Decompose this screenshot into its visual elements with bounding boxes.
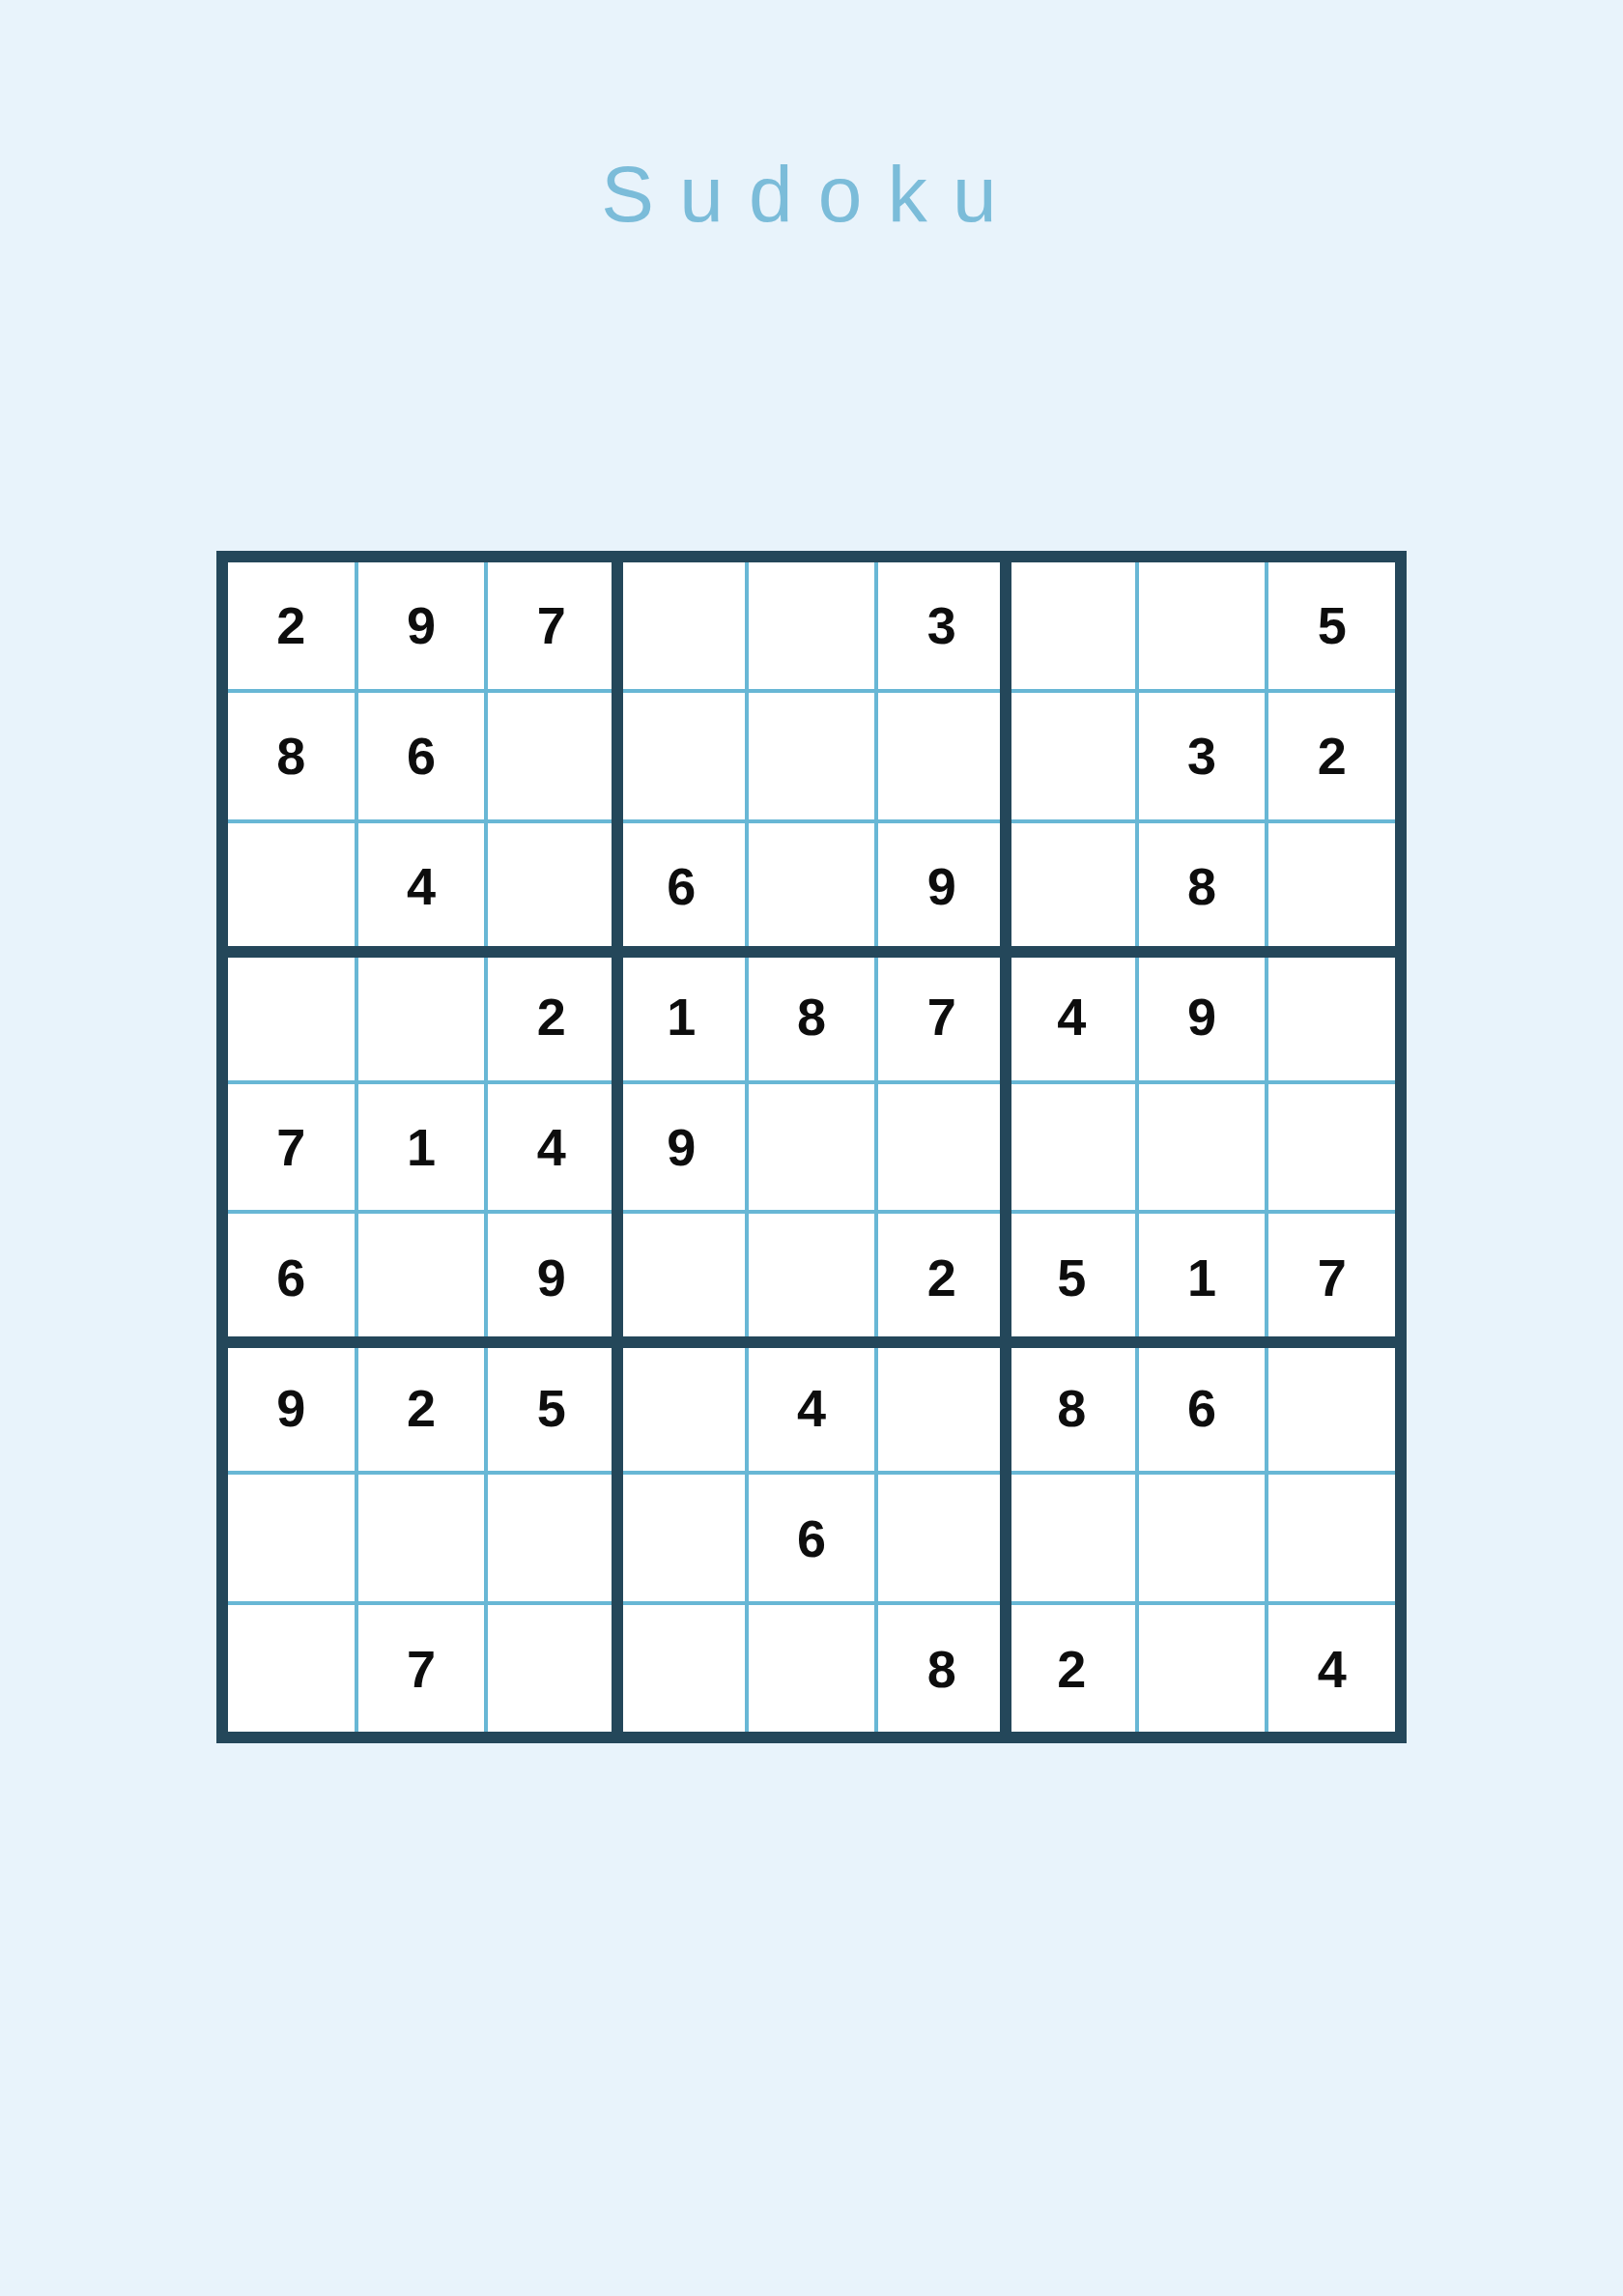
cell-r9c1[interactable] [228,1605,355,1732]
cell-r4c9[interactable] [1268,954,1395,1080]
cell-r2c1[interactable]: 8 [228,693,355,819]
cell-r6c4[interactable] [618,1214,745,1340]
cell-r3c8[interactable]: 8 [1139,823,1266,950]
cell-r3c7[interactable] [1009,823,1135,950]
cell-r5c8[interactable] [1139,1084,1266,1211]
cell-r8c1[interactable] [228,1475,355,1601]
cell-r7c2[interactable]: 2 [358,1344,485,1471]
cell-r5c3[interactable]: 4 [488,1084,614,1211]
cell-r4c4[interactable]: 1 [618,954,745,1080]
cell-r7c6[interactable] [878,1344,1005,1471]
cell-r8c6[interactable] [878,1475,1005,1601]
cell-r8c8[interactable] [1139,1475,1266,1601]
cell-r8c3[interactable] [488,1475,614,1601]
cell-r9c7[interactable]: 2 [1009,1605,1135,1732]
cell-r1c4[interactable] [618,562,745,689]
cell-r8c9[interactable] [1268,1475,1395,1601]
cell-r3c5[interactable] [749,823,875,950]
cell-r8c7[interactable] [1009,1475,1135,1601]
cell-r4c1[interactable] [228,954,355,1080]
page-title: Sudoku [0,147,1623,242]
cell-r3c2[interactable]: 4 [358,823,485,950]
cell-r1c6[interactable]: 3 [878,562,1005,689]
cell-r5c2[interactable]: 1 [358,1084,485,1211]
cell-r9c8[interactable] [1139,1605,1266,1732]
cell-r3c9[interactable] [1268,823,1395,950]
cell-r8c5[interactable]: 6 [749,1475,875,1601]
block-separator-vertical-2 [1000,562,1011,1732]
cell-r9c3[interactable] [488,1605,614,1732]
cell-r6c1[interactable]: 6 [228,1214,355,1340]
cell-r3c3[interactable] [488,823,614,950]
cell-r3c1[interactable] [228,823,355,950]
cell-r1c8[interactable] [1139,562,1266,689]
cell-r9c9[interactable]: 4 [1268,1605,1395,1732]
cell-r4c2[interactable] [358,954,485,1080]
cell-r7c8[interactable]: 6 [1139,1344,1266,1471]
cell-r3c6[interactable]: 9 [878,823,1005,950]
cell-r2c5[interactable] [749,693,875,819]
cell-r2c9[interactable]: 2 [1268,693,1395,819]
cell-r5c1[interactable]: 7 [228,1084,355,1211]
cell-r6c8[interactable]: 1 [1139,1214,1266,1340]
cell-r1c7[interactable] [1009,562,1135,689]
cell-r4c7[interactable]: 4 [1009,954,1135,1080]
cell-r7c3[interactable]: 5 [488,1344,614,1471]
block-separator-vertical-1 [612,562,623,1732]
sudoku-grid: 2973586324698218749714969251792548667824 [228,562,1395,1732]
cell-r2c4[interactable] [618,693,745,819]
cell-r1c5[interactable] [749,562,875,689]
cell-r9c2[interactable]: 7 [358,1605,485,1732]
cell-r1c1[interactable]: 2 [228,562,355,689]
cell-r2c3[interactable] [488,693,614,819]
cell-r6c2[interactable] [358,1214,485,1340]
cell-r8c4[interactable] [618,1475,745,1601]
cell-r7c4[interactable] [618,1344,745,1471]
cell-r4c6[interactable]: 7 [878,954,1005,1080]
cell-r5c7[interactable] [1009,1084,1135,1211]
cell-r9c6[interactable]: 8 [878,1605,1005,1732]
cell-r7c9[interactable] [1268,1344,1395,1471]
cell-r2c8[interactable]: 3 [1139,693,1266,819]
cell-r6c5[interactable] [749,1214,875,1340]
cell-r5c5[interactable] [749,1084,875,1211]
cell-r9c4[interactable] [618,1605,745,1732]
cell-r5c4[interactable]: 9 [618,1084,745,1211]
cell-r2c7[interactable] [1009,693,1135,819]
cell-r4c3[interactable]: 2 [488,954,614,1080]
cell-r1c2[interactable]: 9 [358,562,485,689]
cell-r5c9[interactable] [1268,1084,1395,1211]
cell-r6c3[interactable]: 9 [488,1214,614,1340]
cell-r4c8[interactable]: 9 [1139,954,1266,1080]
cell-r5c6[interactable] [878,1084,1005,1211]
block-separator-horizontal-2 [228,1336,1395,1348]
cell-r7c5[interactable]: 4 [749,1344,875,1471]
cell-r9c5[interactable] [749,1605,875,1732]
cell-r6c6[interactable]: 2 [878,1214,1005,1340]
cell-r7c7[interactable]: 8 [1009,1344,1135,1471]
cell-r8c2[interactable] [358,1475,485,1601]
sudoku-board: 2973586324698218749714969251792548667824 [216,551,1407,1743]
cell-r7c1[interactable]: 9 [228,1344,355,1471]
cell-r2c6[interactable] [878,693,1005,819]
cell-r4c5[interactable]: 8 [749,954,875,1080]
cell-r3c4[interactable]: 6 [618,823,745,950]
cell-r6c7[interactable]: 5 [1009,1214,1135,1340]
block-separator-horizontal-1 [228,946,1395,958]
cell-r1c3[interactable]: 7 [488,562,614,689]
cell-r6c9[interactable]: 7 [1268,1214,1395,1340]
cell-r2c2[interactable]: 6 [358,693,485,819]
cell-r1c9[interactable]: 5 [1268,562,1395,689]
